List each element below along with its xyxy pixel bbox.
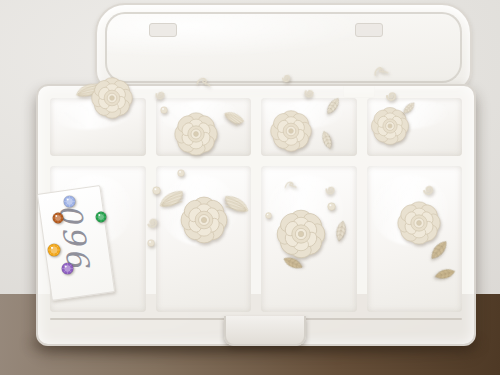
green-rhinestone	[95, 211, 107, 223]
lid-clasp-tab	[149, 23, 177, 37]
amber-rhinestone	[47, 243, 61, 257]
light-blue-rhinestone	[63, 195, 76, 208]
rose-ornament	[89, 75, 135, 121]
photo-stage: 960	[0, 0, 500, 375]
swirl-ornament	[380, 85, 402, 107]
rose-ornament	[268, 108, 314, 154]
scroll-ornament	[278, 177, 303, 193]
box-latch	[224, 316, 306, 346]
copper-rhinestone	[52, 212, 64, 224]
rose-ornament	[172, 110, 220, 158]
scroll-ornament	[193, 73, 214, 91]
swirl-ornament	[276, 68, 297, 89]
bead-ornament	[147, 239, 155, 247]
bead-ornament	[160, 106, 168, 114]
swirl-ornament	[318, 178, 341, 201]
lid-clasp-tab	[355, 23, 383, 37]
bead-ornament	[265, 212, 272, 219]
purple-rhinestone	[61, 262, 74, 275]
bead-ornament	[177, 169, 185, 177]
rose-ornament	[178, 194, 230, 246]
